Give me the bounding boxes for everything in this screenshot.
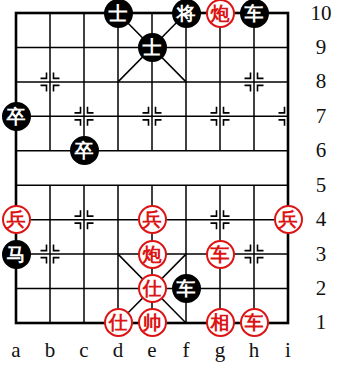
piece-red-elephant-g1[interactable]: 相 xyxy=(206,308,235,337)
rank-label-1: 1 xyxy=(301,306,341,340)
piece-black-chariot-h10[interactable]: 车 xyxy=(240,0,269,28)
rank-labels: 10987654321 xyxy=(301,0,341,340)
piece-black-chariot-f2[interactable]: 车 xyxy=(172,274,201,303)
piece-red-cannon-g10[interactable]: 炮 xyxy=(206,0,235,28)
piece-black-soldier-a7[interactable]: 卒 xyxy=(2,102,31,131)
file-label-c: c xyxy=(67,337,101,363)
piece-red-advisor-d1[interactable]: 仕 xyxy=(104,308,133,337)
piece-black-advisor-e9[interactable]: 士 xyxy=(138,33,167,62)
file-label-f: f xyxy=(169,337,203,363)
rank-label-6: 6 xyxy=(301,134,341,168)
rank-label-9: 9 xyxy=(301,30,341,64)
file-label-d: d xyxy=(101,337,135,363)
file-label-a: a xyxy=(0,337,33,363)
piece-layer: 士将炮车士卒卒兵兵兵马炮车仕车仕帅相车 xyxy=(0,0,305,340)
xiangqi-board: 士将炮车士卒卒兵兵兵马炮车仕车仕帅相车 abcdefghi 1098765432… xyxy=(0,0,350,374)
rank-label-4: 4 xyxy=(301,202,341,236)
piece-red-chariot-h1[interactable]: 车 xyxy=(240,308,269,337)
file-label-e: e xyxy=(135,337,169,363)
piece-red-chariot-g3[interactable]: 车 xyxy=(206,240,235,269)
file-labels: abcdefghi xyxy=(0,337,305,363)
piece-black-advisor-d10[interactable]: 士 xyxy=(104,0,133,28)
file-label-g: g xyxy=(203,337,237,363)
piece-black-horse-a3[interactable]: 马 xyxy=(2,240,31,269)
rank-label-3: 3 xyxy=(301,237,341,271)
piece-red-soldier-i4[interactable]: 兵 xyxy=(274,205,303,234)
piece-red-advisor-e2[interactable]: 仕 xyxy=(138,274,167,303)
piece-red-soldier-a4[interactable]: 兵 xyxy=(2,205,31,234)
file-label-i: i xyxy=(271,337,305,363)
piece-red-cannon-e3[interactable]: 炮 xyxy=(138,240,167,269)
piece-black-general-f10[interactable]: 将 xyxy=(172,0,201,28)
piece-black-soldier-c6[interactable]: 卒 xyxy=(70,136,99,165)
rank-label-5: 5 xyxy=(301,168,341,202)
rank-label-7: 7 xyxy=(301,99,341,133)
rank-label-10: 10 xyxy=(301,0,341,30)
piece-red-soldier-e4[interactable]: 兵 xyxy=(138,205,167,234)
file-label-b: b xyxy=(33,337,67,363)
piece-red-general-e1[interactable]: 帅 xyxy=(138,308,167,337)
rank-label-2: 2 xyxy=(301,271,341,305)
rank-label-8: 8 xyxy=(301,65,341,99)
file-label-h: h xyxy=(237,337,271,363)
